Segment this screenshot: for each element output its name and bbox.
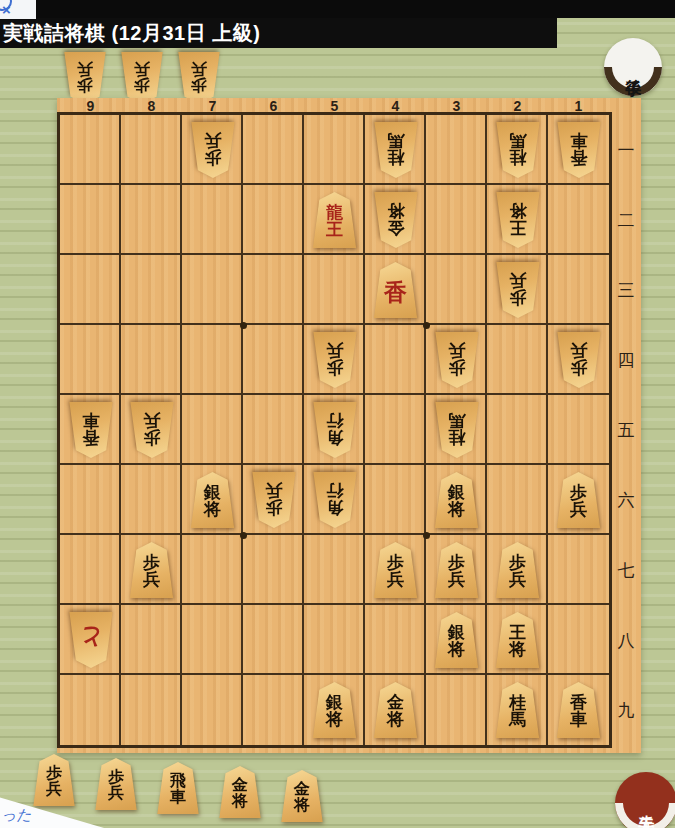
sente-piece-silver[interactable]: 銀将 [312, 682, 358, 738]
row-label: 五 [611, 395, 641, 465]
piece-kanji: 香 [384, 280, 407, 303]
piece-kanji: 香車 [570, 132, 587, 166]
gote-piece-pawn[interactable]: 歩兵 [120, 52, 164, 104]
piece-kanji: 歩兵 [191, 61, 207, 93]
gote-piece-bishop[interactable]: 角行 [312, 472, 358, 528]
sente-piece-silver[interactable]: 銀将 [434, 612, 480, 668]
page-background-text: った [1, 806, 32, 825]
gote-piece-bishop[interactable]: 角行 [312, 402, 358, 458]
piece-kanji: 角行 [326, 412, 343, 446]
gote-piece-pawn[interactable]: 歩兵 [251, 472, 297, 528]
browser-corner: × [0, 0, 36, 19]
piece-kanji: 歩兵 [77, 61, 93, 93]
piece-kanji: 歩兵 [143, 554, 160, 588]
gote-piece-pawn[interactable]: 歩兵 [495, 262, 541, 318]
piece-kanji: 桂馬 [448, 412, 465, 446]
sente-piece-gold[interactable]: 金将 [280, 770, 324, 822]
piece-kanji: 歩兵 [108, 769, 124, 801]
gote-piece-lance[interactable]: 香車 [556, 122, 602, 178]
piece-kanji: 銀将 [326, 694, 343, 728]
sente-piece-pawn[interactable]: 歩兵 [434, 542, 480, 598]
piece-kanji: 歩兵 [387, 554, 404, 588]
row-label: 四 [611, 325, 641, 395]
piece-kanji: と [79, 628, 103, 651]
gote-hand-tray: 歩兵歩兵歩兵 [60, 52, 240, 104]
sente-piece-pawn[interactable]: 歩兵 [495, 542, 541, 598]
piece-kanji: 歩兵 [265, 482, 282, 516]
gote-piece-knight[interactable]: 桂馬 [373, 122, 419, 178]
piece-layer: 歩兵桂馬桂馬香車龍王金将王将香歩兵歩兵歩兵歩兵香車歩兵角行桂馬銀将歩兵角行銀将歩… [60, 115, 609, 745]
piece-kanji: 龍王 [326, 204, 343, 238]
piece-kanji: 銀将 [448, 484, 465, 518]
sente-piece-knight[interactable]: 桂馬 [495, 682, 541, 738]
piece-kanji: 金将 [294, 781, 310, 813]
sente-piece-pawn[interactable]: 歩兵 [94, 758, 138, 810]
gote-piece-knight[interactable]: 桂馬 [434, 402, 480, 458]
gote-badge-label: 後手 [623, 66, 644, 68]
piece-kanji: 桂馬 [387, 132, 404, 166]
sente-badge-cup-icon [602, 759, 675, 828]
piece-kanji: 角行 [326, 482, 343, 516]
gote-piece-pawn[interactable]: 歩兵 [190, 122, 236, 178]
sente-badge: 先手 [615, 772, 675, 828]
browser-top-bar [36, 0, 675, 18]
gote-badge: 後手 [604, 38, 662, 96]
row-label: 六 [611, 465, 641, 535]
piece-kanji: 金将 [387, 694, 404, 728]
piece-kanji: 香車 [82, 412, 99, 446]
row-label: 二 [611, 185, 641, 255]
sente-hand-tray: 歩兵歩兵飛車金将金将 [30, 750, 360, 826]
gote-piece-pawn[interactable]: 歩兵 [63, 52, 107, 104]
close-icon[interactable]: × [2, 2, 11, 17]
piece-kanji: 歩兵 [46, 765, 62, 797]
sente-badge-label: 先手 [636, 802, 657, 804]
piece-kanji: 金将 [387, 202, 404, 236]
piece-kanji: 香車 [570, 694, 587, 728]
sente-piece-king[interactable]: 王将 [495, 612, 541, 668]
sente-piece-rook[interactable]: 飛車 [156, 762, 200, 814]
sente-piece-gold[interactable]: 金将 [373, 682, 419, 738]
piece-kanji: 飛車 [170, 773, 186, 805]
gote-piece-pawn[interactable]: 歩兵 [434, 332, 480, 388]
sente-piece-lance[interactable]: 香車 [556, 682, 602, 738]
piece-kanji: 歩兵 [509, 554, 526, 588]
sente-piece-pawn[interactable]: 歩兵 [556, 472, 602, 528]
piece-kanji: 桂馬 [509, 132, 526, 166]
row-label: 七 [611, 535, 641, 605]
row-labels: 一二三四五六七八九 [611, 115, 641, 745]
piece-kanji: 王将 [509, 202, 526, 236]
piece-kanji: 金将 [232, 777, 248, 809]
sente-piece-gold[interactable]: 金将 [218, 766, 262, 818]
sente-piece-pawn[interactable]: 歩兵 [32, 754, 76, 806]
app-screen: 実戦詰将棋 (12月31日 上級) × 後手 歩兵歩兵歩兵 987654321 … [0, 0, 675, 828]
piece-kanji: 歩兵 [509, 272, 526, 306]
gote-piece-pawn[interactable]: 歩兵 [312, 332, 358, 388]
page-title: 実戦詰将棋 (12月31日 上級) [0, 18, 557, 48]
piece-kanji: 桂馬 [509, 694, 526, 728]
gote-piece-pawn[interactable]: 歩兵 [177, 52, 221, 104]
piece-kanji: 歩兵 [448, 342, 465, 376]
row-label: 三 [611, 255, 641, 325]
gote-piece-gold[interactable]: 金将 [373, 192, 419, 248]
piece-kanji: 歩兵 [448, 554, 465, 588]
piece-kanji: 歩兵 [204, 132, 221, 166]
piece-kanji: 歩兵 [570, 342, 587, 376]
sente-piece-pawn[interactable]: 歩兵 [373, 542, 419, 598]
piece-kanji: 銀将 [448, 624, 465, 658]
piece-kanji: 歩兵 [134, 61, 150, 93]
sente-piece-silver[interactable]: 銀将 [190, 472, 236, 528]
row-label: 八 [611, 605, 641, 675]
gote-piece-pawn[interactable]: 歩兵 [129, 402, 175, 458]
sente-piece-promoted-lance[interactable]: 香 [373, 262, 419, 318]
row-label: 九 [611, 675, 641, 745]
row-label: 一 [611, 115, 641, 185]
piece-kanji: 歩兵 [143, 412, 160, 446]
piece-kanji: 王将 [509, 624, 526, 658]
gote-piece-king[interactable]: 王将 [495, 192, 541, 248]
piece-kanji: 歩兵 [326, 342, 343, 376]
piece-kanji: 銀将 [204, 484, 221, 518]
gote-piece-lance[interactable]: 香車 [68, 402, 114, 458]
gote-piece-pawn[interactable]: 歩兵 [556, 332, 602, 388]
gote-piece-tokin[interactable]: と [68, 612, 114, 668]
piece-kanji: 歩兵 [570, 484, 587, 518]
sente-piece-dragon[interactable]: 龍王 [312, 192, 358, 248]
sente-piece-silver[interactable]: 銀将 [434, 472, 480, 528]
gote-piece-knight[interactable]: 桂馬 [495, 122, 541, 178]
sente-piece-pawn[interactable]: 歩兵 [129, 542, 175, 598]
